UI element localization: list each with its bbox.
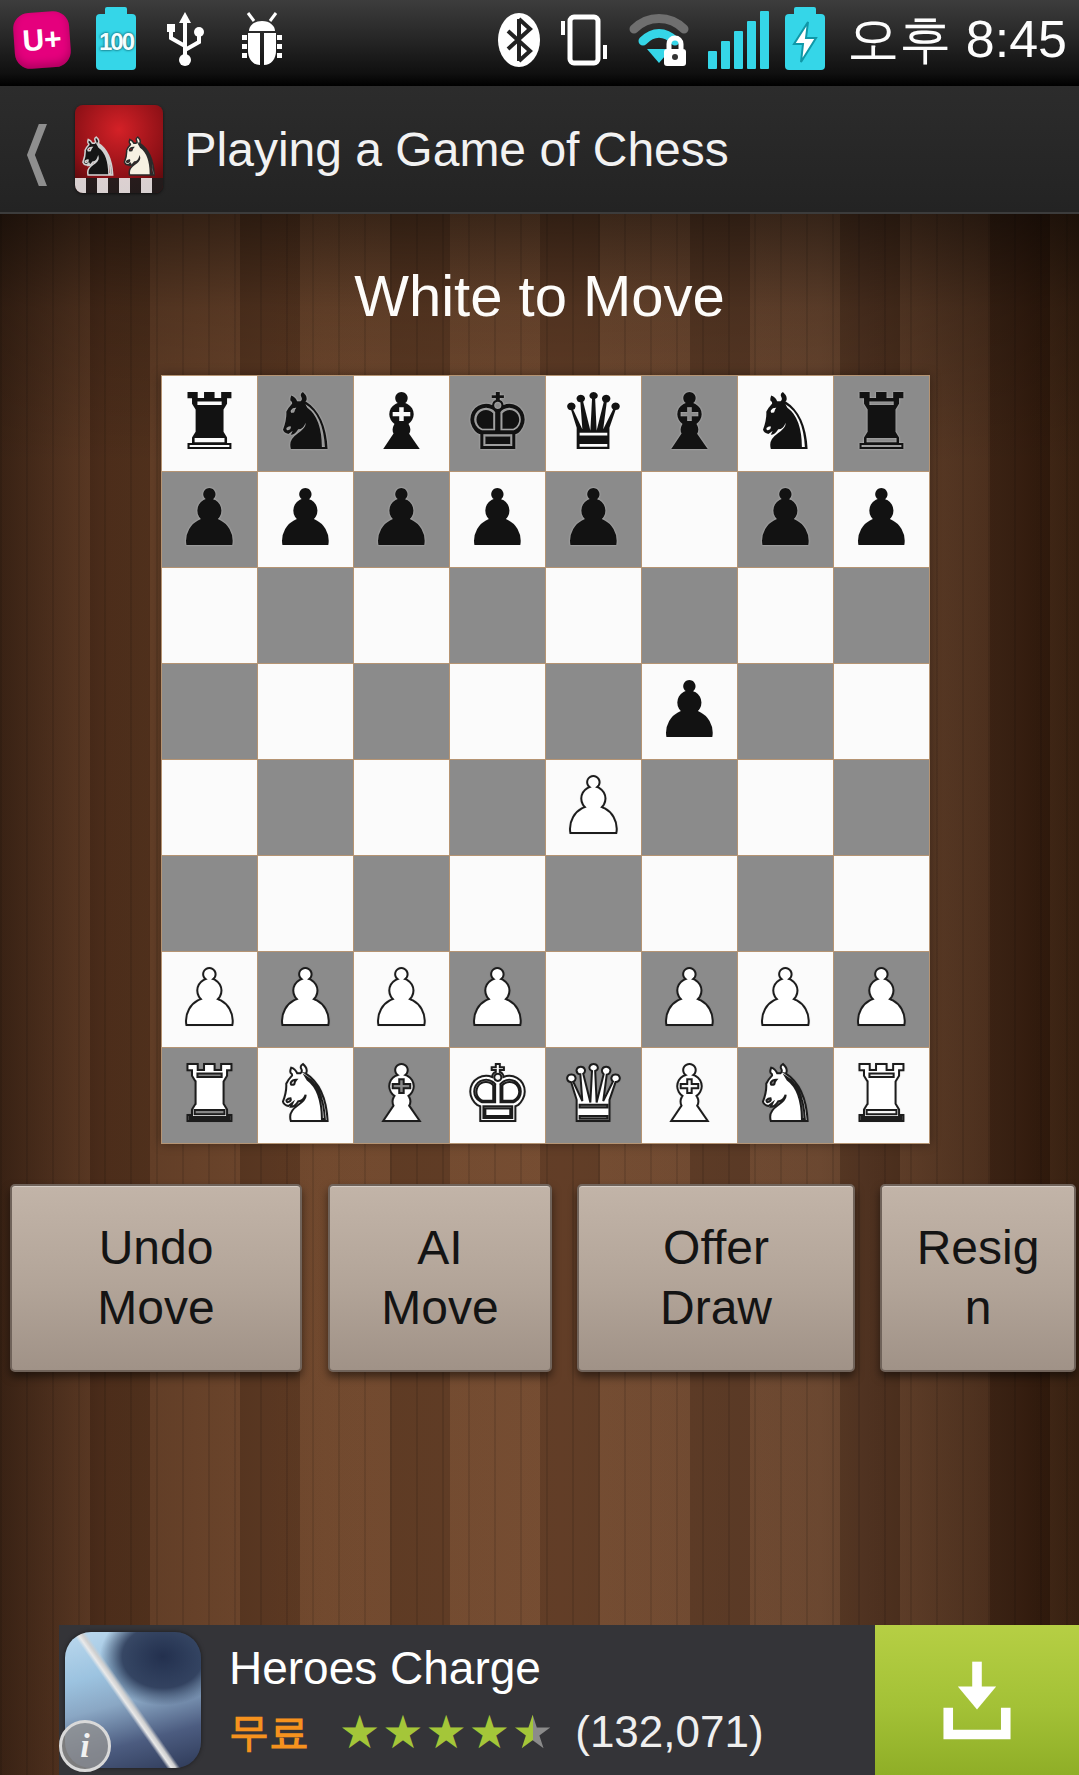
piece-white-pawn: ♟ <box>175 959 245 1037</box>
square-c1[interactable]: ♝ <box>354 1048 449 1143</box>
back-chevron-icon[interactable]: ❮ <box>22 113 53 186</box>
square-e4[interactable]: ♟ <box>546 760 641 855</box>
square-h4[interactable] <box>834 760 929 855</box>
white-knight-logo-icon: ♞ <box>116 131 163 183</box>
square-g3[interactable] <box>738 856 833 951</box>
piece-white-knight: ♞ <box>751 1055 821 1133</box>
ad-app-icon: i <box>65 1632 201 1768</box>
offer-draw-button[interactable]: Offer Draw <box>577 1184 855 1372</box>
square-c8[interactable]: ♝ <box>354 376 449 471</box>
piece-black-pawn: ♟ <box>847 479 917 557</box>
square-h6[interactable] <box>834 568 929 663</box>
ad-banner[interactable]: i Heroes Charge 무료 ★★★★★ (132,071) <box>59 1625 1079 1775</box>
piece-black-knight: ♞ <box>271 383 341 461</box>
lg-uplus-logo-icon: U+ <box>12 10 72 70</box>
piece-black-rook: ♜ <box>175 383 245 461</box>
status-bar: U+ 100 <box>0 0 1079 86</box>
resign-button[interactable]: Resig n <box>880 1184 1076 1372</box>
square-d4[interactable] <box>450 760 545 855</box>
offer-draw-label-line2: Draw <box>660 1278 772 1338</box>
square-g4[interactable] <box>738 760 833 855</box>
square-b4[interactable] <box>258 760 353 855</box>
carrier-logo-text: U+ <box>21 22 62 59</box>
piece-white-pawn: ♟ <box>847 959 917 1037</box>
square-a5[interactable] <box>162 664 257 759</box>
star-full: ★ <box>469 1709 510 1755</box>
ad-info-badge-text: i <box>80 1727 89 1765</box>
undo-move-label-line1: Undo <box>99 1218 214 1278</box>
undo-move-button[interactable]: Undo Move <box>10 1184 302 1372</box>
square-e8[interactable]: ♛ <box>546 376 641 471</box>
square-d1[interactable]: ♚ <box>450 1048 545 1143</box>
square-f8[interactable]: ♝ <box>642 376 737 471</box>
piece-black-rook: ♜ <box>847 383 917 461</box>
piece-black-pawn: ♟ <box>559 479 629 557</box>
undo-move-label-line2: Move <box>97 1278 214 1338</box>
square-e7[interactable]: ♟ <box>546 472 641 567</box>
square-d8[interactable]: ♚ <box>450 376 545 471</box>
piece-white-bishop: ♝ <box>367 1055 437 1133</box>
square-d3[interactable] <box>450 856 545 951</box>
usb-icon <box>162 10 208 70</box>
resign-label-line2: n <box>965 1278 992 1338</box>
resign-label-line1: Resig <box>917 1218 1040 1278</box>
star-full: ★ <box>339 1709 380 1755</box>
square-e5[interactable] <box>546 664 641 759</box>
chess-board: ♜♞♝♚♛♝♞♜♟♟♟♟♟♟♟♟♟♟♟♟♟♟♟♟♜♞♝♚♛♝♞♜ <box>161 375 930 1144</box>
ad-info-badge[interactable]: i <box>59 1720 111 1772</box>
piece-white-queen: ♛ <box>559 1055 629 1133</box>
ai-move-label-line2: Move <box>381 1278 498 1338</box>
piece-black-pawn: ♟ <box>751 479 821 557</box>
usb-debugging-bug-icon <box>234 11 290 69</box>
square-c7[interactable]: ♟ <box>354 472 449 567</box>
square-d2[interactable]: ♟ <box>450 952 545 1047</box>
square-g2[interactable]: ♟ <box>738 952 833 1047</box>
square-h3[interactable] <box>834 856 929 951</box>
piece-black-pawn: ♟ <box>175 479 245 557</box>
bluetooth-icon <box>496 11 542 69</box>
ai-move-label-line1: AI <box>417 1218 462 1278</box>
battery-level-text: 100 <box>99 28 133 56</box>
square-h2[interactable]: ♟ <box>834 952 929 1047</box>
square-f2[interactable]: ♟ <box>642 952 737 1047</box>
square-a7[interactable]: ♟ <box>162 472 257 567</box>
square-b1[interactable]: ♞ <box>258 1048 353 1143</box>
star-full: ★ <box>382 1709 423 1755</box>
battery-charging-icon <box>785 14 825 70</box>
square-a4[interactable] <box>162 760 257 855</box>
screen: U+ 100 <box>0 0 1079 1775</box>
clock-text: 오후 8:45 <box>847 5 1067 75</box>
vibrate-icon <box>558 11 610 69</box>
square-g7[interactable]: ♟ <box>738 472 833 567</box>
piece-white-rook: ♜ <box>847 1055 917 1133</box>
battery-level-icon: 100 <box>96 14 136 70</box>
square-d6[interactable] <box>450 568 545 663</box>
square-d7[interactable]: ♟ <box>450 472 545 567</box>
square-e6[interactable] <box>546 568 641 663</box>
ad-rating-count: (132,071) <box>575 1707 763 1757</box>
star-full: ★ <box>426 1709 467 1755</box>
status-icons-right: 오후 8:45 <box>496 5 1067 75</box>
piece-black-king: ♚ <box>463 383 533 461</box>
piece-black-knight: ♞ <box>751 383 821 461</box>
status-icons-left: U+ 100 <box>14 10 290 70</box>
square-a3[interactable] <box>162 856 257 951</box>
app-icon: ♞ ♞ <box>75 105 163 193</box>
piece-white-pawn: ♟ <box>271 959 341 1037</box>
piece-white-king: ♚ <box>463 1055 533 1133</box>
signal-strength-icon <box>708 11 769 69</box>
action-bar: ❮ ♞ ♞ Playing a Game of Chess <box>0 86 1079 214</box>
download-icon <box>931 1654 1023 1746</box>
square-f3[interactable] <box>642 856 737 951</box>
piece-black-pawn: ♟ <box>655 671 725 749</box>
square-c5[interactable] <box>354 664 449 759</box>
piece-white-pawn: ♟ <box>463 959 533 1037</box>
square-d5[interactable] <box>450 664 545 759</box>
piece-black-queen: ♛ <box>559 383 629 461</box>
piece-black-bishop: ♝ <box>367 383 437 461</box>
piece-white-bishop: ♝ <box>655 1055 725 1133</box>
piece-white-rook: ♜ <box>175 1055 245 1133</box>
page-title: Playing a Game of Chess <box>185 122 729 177</box>
square-b3[interactable] <box>258 856 353 951</box>
square-a1[interactable]: ♜ <box>162 1048 257 1143</box>
square-c3[interactable] <box>354 856 449 951</box>
square-g1[interactable]: ♞ <box>738 1048 833 1143</box>
square-b5[interactable] <box>258 664 353 759</box>
square-f4[interactable] <box>642 760 737 855</box>
square-f7[interactable] <box>642 472 737 567</box>
square-b2[interactable]: ♟ <box>258 952 353 1047</box>
square-c6[interactable] <box>354 568 449 663</box>
square-h8[interactable]: ♜ <box>834 376 929 471</box>
square-f1[interactable]: ♝ <box>642 1048 737 1143</box>
square-b8[interactable]: ♞ <box>258 376 353 471</box>
piece-black-pawn: ♟ <box>367 479 437 557</box>
square-f6[interactable] <box>642 568 737 663</box>
square-g8[interactable]: ♞ <box>738 376 833 471</box>
ad-download-button[interactable] <box>875 1625 1079 1775</box>
square-g5[interactable] <box>738 664 833 759</box>
square-a8[interactable]: ♜ <box>162 376 257 471</box>
square-h5[interactable] <box>834 664 929 759</box>
square-a2[interactable]: ♟ <box>162 952 257 1047</box>
black-knight-logo-icon: ♞ <box>75 131 122 183</box>
ai-move-button[interactable]: AI Move <box>328 1184 552 1372</box>
square-b6[interactable] <box>258 568 353 663</box>
square-g6[interactable] <box>738 568 833 663</box>
square-e3[interactable] <box>546 856 641 951</box>
piece-white-pawn: ♟ <box>559 767 629 845</box>
square-c2[interactable]: ♟ <box>354 952 449 1047</box>
ad-text-block: Heroes Charge 무료 ★★★★★ (132,071) <box>229 1641 764 1760</box>
square-c4[interactable] <box>354 760 449 855</box>
square-h1[interactable]: ♜ <box>834 1048 929 1143</box>
turn-indicator: White to Move <box>0 262 1079 329</box>
square-a6[interactable] <box>162 568 257 663</box>
star-half: ★ <box>512 1709 553 1755</box>
square-b7[interactable]: ♟ <box>258 472 353 567</box>
piece-white-pawn: ♟ <box>751 959 821 1037</box>
square-h7[interactable]: ♟ <box>834 472 929 567</box>
piece-white-pawn: ♟ <box>367 959 437 1037</box>
piece-black-pawn: ♟ <box>271 479 341 557</box>
wifi-secured-icon <box>626 11 692 69</box>
square-e1[interactable]: ♛ <box>546 1048 641 1143</box>
piece-black-pawn: ♟ <box>463 479 533 557</box>
offer-draw-label-line1: Offer <box>663 1218 769 1278</box>
piece-black-bishop: ♝ <box>655 383 725 461</box>
piece-white-knight: ♞ <box>271 1055 341 1133</box>
ad-app-name: Heroes Charge <box>229 1641 764 1695</box>
ad-rating-row: 무료 ★★★★★ (132,071) <box>229 1705 764 1760</box>
piece-white-pawn: ♟ <box>655 959 725 1037</box>
square-f5[interactable]: ♟ <box>642 664 737 759</box>
rating-stars: ★★★★★ <box>339 1709 553 1755</box>
square-e2[interactable] <box>546 952 641 1047</box>
ad-price-text: 무료 <box>229 1705 309 1760</box>
